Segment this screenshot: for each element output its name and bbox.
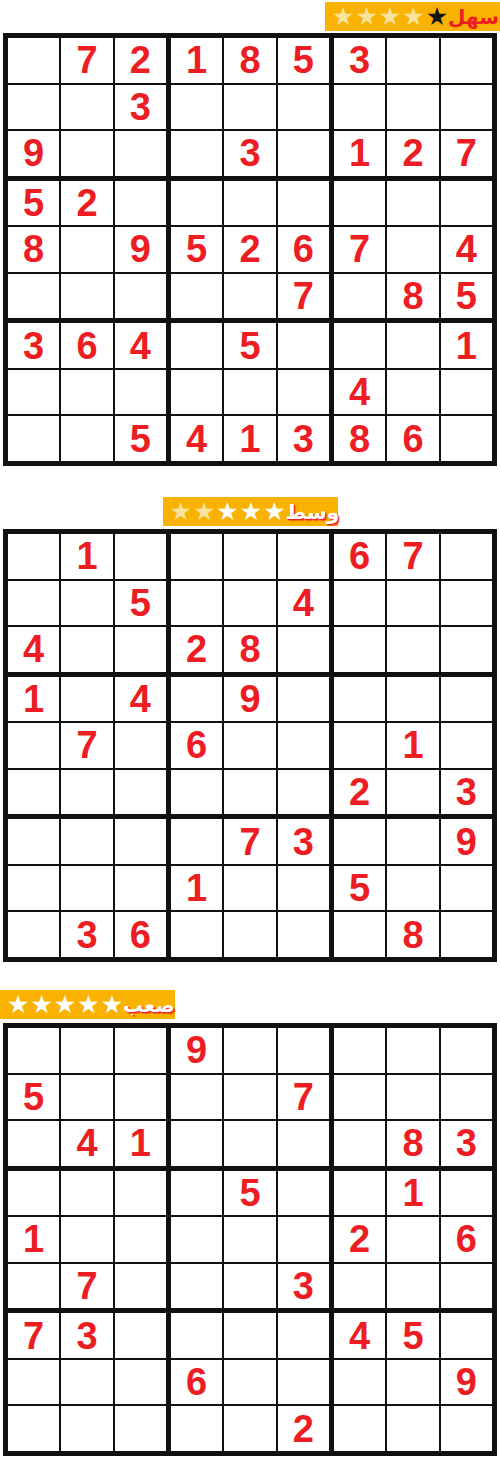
- sudoku-cell[interactable]: 7: [8, 1313, 59, 1358]
- sudoku-cell[interactable]: 1: [441, 323, 492, 368]
- sudoku-cell[interactable]: [8, 38, 59, 83]
- sudoku-cell[interactable]: [8, 274, 59, 319]
- star-icon: ★: [332, 4, 354, 29]
- sudoku-cell[interactable]: 7: [224, 819, 275, 864]
- puzzle-medium: ★★★★★ وسط 154428671479612336731958: [0, 497, 500, 962]
- sudoku-cell[interactable]: [224, 1264, 275, 1309]
- sudoku-box: 154: [8, 534, 166, 672]
- sudoku-box: 123: [334, 677, 492, 815]
- sudoku-cell[interactable]: [387, 627, 438, 672]
- sudoku-cell[interactable]: [115, 1313, 166, 1358]
- sudoku-cell[interactable]: [224, 770, 275, 815]
- sudoku-cell[interactable]: 4: [334, 370, 385, 415]
- sudoku-cell[interactable]: [8, 770, 59, 815]
- sudoku-cell[interactable]: [171, 1313, 222, 1358]
- sudoku-cell[interactable]: [224, 1406, 275, 1451]
- sudoku-box: 62: [171, 1313, 329, 1451]
- sudoku-cell[interactable]: [387, 819, 438, 864]
- sudoku-box: 958: [334, 819, 492, 957]
- sudoku-cell[interactable]: [441, 1075, 492, 1120]
- sudoku-cell[interactable]: [387, 1075, 438, 1120]
- sudoku-cell[interactable]: [387, 866, 438, 911]
- sudoku-cell[interactable]: [171, 1264, 222, 1309]
- sudoku-cell[interactable]: [441, 181, 492, 226]
- sudoku-cell[interactable]: [224, 181, 275, 226]
- sudoku-box: 73: [8, 1313, 166, 1451]
- star-icon: ★: [402, 4, 424, 29]
- sudoku-cell[interactable]: 6: [171, 723, 222, 768]
- sudoku-box: 1853: [171, 38, 329, 176]
- sudoku-cell[interactable]: [224, 1360, 275, 1405]
- sudoku-cell[interactable]: 8: [387, 1121, 438, 1166]
- puzzle-easy: ★★★★★ سهل 723918533127528952677485364554…: [0, 2, 500, 466]
- sudoku-box: 36: [8, 819, 166, 957]
- sudoku-cell[interactable]: 2: [278, 1406, 329, 1451]
- sudoku-cell[interactable]: [224, 1121, 275, 1166]
- sudoku-box: 67: [334, 534, 492, 672]
- sudoku-cell[interactable]: [278, 770, 329, 815]
- sudoku-cell[interactable]: [61, 274, 112, 319]
- sudoku-cell[interactable]: 5: [115, 416, 166, 461]
- sudoku-cell[interactable]: [334, 1264, 385, 1309]
- sudoku-cell[interactable]: [115, 370, 166, 415]
- sudoku-box: 731: [171, 819, 329, 957]
- sudoku-box: 17: [8, 1171, 166, 1309]
- sudoku-box: 5267: [171, 181, 329, 319]
- sudoku-cell[interactable]: 3: [278, 1264, 329, 1309]
- star-icon: ★: [355, 4, 377, 29]
- sudoku-cell[interactable]: [8, 85, 59, 130]
- sudoku-cell[interactable]: [334, 323, 385, 368]
- sudoku-cell[interactable]: 3: [441, 1121, 492, 1166]
- sudoku-cell[interactable]: [334, 1360, 385, 1405]
- star-icon: ★: [101, 992, 123, 1017]
- sudoku-cell[interactable]: [171, 85, 222, 130]
- sudoku-cell[interactable]: [387, 770, 438, 815]
- sudoku-cell[interactable]: [278, 1171, 329, 1216]
- sudoku-cell[interactable]: [387, 1264, 438, 1309]
- sudoku-cell[interactable]: [334, 1406, 385, 1451]
- sudoku-cell[interactable]: 7: [278, 1075, 329, 1120]
- sudoku-cell[interactable]: [387, 1360, 438, 1405]
- star-icon: ★: [216, 499, 238, 524]
- sudoku-cell[interactable]: [334, 912, 385, 957]
- sudoku-cell[interactable]: 1: [171, 866, 222, 911]
- sudoku-board-hard: 541978317531267362459: [3, 1023, 497, 1456]
- sudoku-cell[interactable]: 1: [61, 534, 112, 579]
- sudoku-cell[interactable]: 2: [334, 1217, 385, 1262]
- sudoku-cell[interactable]: [8, 866, 59, 911]
- difficulty-stars: ★★★★★: [7, 992, 123, 1017]
- sudoku-cell[interactable]: 8: [224, 627, 275, 672]
- sudoku-cell[interactable]: [61, 770, 112, 815]
- sudoku-cell[interactable]: [8, 1028, 59, 1073]
- sudoku-cell[interactable]: 5: [441, 274, 492, 319]
- sudoku-cell[interactable]: [8, 819, 59, 864]
- sudoku-cell[interactable]: [115, 819, 166, 864]
- star-icon: ★: [54, 992, 76, 1017]
- sudoku-cell[interactable]: [61, 866, 112, 911]
- sudoku-cell[interactable]: [224, 866, 275, 911]
- sudoku-cell[interactable]: [8, 1121, 59, 1166]
- sudoku-cell[interactable]: 4: [171, 416, 222, 461]
- sudoku-cell[interactable]: [115, 1028, 166, 1073]
- star-icon: ★: [240, 499, 262, 524]
- difficulty-label: وسط: [286, 502, 340, 522]
- sudoku-cell[interactable]: [61, 1028, 112, 1073]
- sudoku-cell[interactable]: 9: [441, 1360, 492, 1405]
- sudoku-cell[interactable]: [171, 274, 222, 319]
- sudoku-cell[interactable]: 3: [61, 1313, 112, 1358]
- sudoku-cell[interactable]: [171, 534, 222, 579]
- sudoku-cell[interactable]: 2: [224, 227, 275, 272]
- sudoku-cell[interactable]: [441, 85, 492, 130]
- sudoku-cell[interactable]: [224, 1217, 275, 1262]
- sudoku-cell[interactable]: [171, 181, 222, 226]
- sudoku-cell[interactable]: [387, 85, 438, 130]
- sudoku-cell[interactable]: [8, 581, 59, 626]
- sudoku-cell[interactable]: [387, 181, 438, 226]
- sudoku-cell[interactable]: 3: [8, 323, 59, 368]
- sudoku-cell[interactable]: 3: [115, 85, 166, 130]
- sudoku-cell[interactable]: 7: [387, 534, 438, 579]
- star-icon: ★: [170, 499, 192, 524]
- sudoku-cell[interactable]: 2: [334, 770, 385, 815]
- sudoku-cell[interactable]: [224, 581, 275, 626]
- sudoku-cell[interactable]: [115, 1264, 166, 1309]
- sudoku-cell[interactable]: [61, 627, 112, 672]
- sudoku-box: 459: [334, 1313, 492, 1451]
- sudoku-cell[interactable]: 8: [224, 38, 275, 83]
- sudoku-cell[interactable]: [171, 1217, 222, 1262]
- sudoku-cell[interactable]: [278, 627, 329, 672]
- sudoku-cell[interactable]: [61, 131, 112, 176]
- sudoku-box: 428: [171, 534, 329, 672]
- sudoku-box: 83: [334, 1028, 492, 1166]
- sudoku-cell[interactable]: 2: [115, 38, 166, 83]
- sudoku-cell[interactable]: [61, 819, 112, 864]
- sudoku-cell[interactable]: [115, 770, 166, 815]
- sudoku-cell[interactable]: [8, 723, 59, 768]
- sudoku-cell[interactable]: [334, 1121, 385, 1166]
- sudoku-cell[interactable]: [61, 1360, 112, 1405]
- sudoku-cell[interactable]: 3: [441, 770, 492, 815]
- sudoku-cell[interactable]: 4: [115, 677, 166, 722]
- sudoku-cell[interactable]: 1: [387, 723, 438, 768]
- sudoku-cell[interactable]: [61, 416, 112, 461]
- sudoku-cell[interactable]: [115, 1171, 166, 1216]
- sudoku-cell[interactable]: 5: [8, 181, 59, 226]
- sudoku-cell[interactable]: [334, 181, 385, 226]
- sudoku-cell[interactable]: [441, 416, 492, 461]
- sudoku-cell[interactable]: [441, 677, 492, 722]
- star-icon: ★: [263, 499, 285, 524]
- difficulty-label: صعب: [123, 995, 175, 1015]
- sudoku-cell[interactable]: [441, 1171, 492, 1216]
- sudoku-cell[interactable]: 5: [8, 1075, 59, 1120]
- sudoku-cell[interactable]: 6: [171, 1360, 222, 1405]
- star-icon: ★: [7, 992, 29, 1017]
- sudoku-cell[interactable]: [115, 723, 166, 768]
- sudoku-cell[interactable]: 6: [387, 416, 438, 461]
- sudoku-cell[interactable]: 9: [441, 819, 492, 864]
- sudoku-cell[interactable]: [441, 1406, 492, 1451]
- sudoku-cell[interactable]: [61, 1406, 112, 1451]
- sudoku-cell[interactable]: [115, 131, 166, 176]
- sudoku-cell[interactable]: [61, 1217, 112, 1262]
- sudoku-cell[interactable]: [334, 581, 385, 626]
- sudoku-cell[interactable]: 3: [278, 416, 329, 461]
- sudoku-cell[interactable]: [115, 1360, 166, 1405]
- sudoku-cell[interactable]: [278, 723, 329, 768]
- sudoku-cell[interactable]: 5: [224, 323, 275, 368]
- sudoku-cell[interactable]: [278, 181, 329, 226]
- sudoku-cell[interactable]: [334, 1171, 385, 1216]
- sudoku-cell[interactable]: 5: [171, 227, 222, 272]
- sudoku-cell[interactable]: 7: [441, 131, 492, 176]
- sudoku-cell[interactable]: [115, 627, 166, 672]
- sudoku-cell[interactable]: 5: [224, 1171, 275, 1216]
- sudoku-cell[interactable]: 9: [115, 227, 166, 272]
- sudoku-cell[interactable]: [8, 912, 59, 957]
- sudoku-cell[interactable]: 7: [334, 227, 385, 272]
- sudoku-cell[interactable]: 5: [278, 38, 329, 83]
- sudoku-board-easy: 723918533127528952677485364554131486: [3, 33, 497, 466]
- sudoku-cell[interactable]: [441, 370, 492, 415]
- sudoku-cell[interactable]: [387, 323, 438, 368]
- sudoku-box: 3645: [8, 323, 166, 461]
- sudoku-cell[interactable]: [8, 1171, 59, 1216]
- sudoku-cell[interactable]: 6: [115, 912, 166, 957]
- sudoku-cell[interactable]: [441, 627, 492, 672]
- sudoku-cell[interactable]: 5: [334, 866, 385, 911]
- sudoku-cell[interactable]: [387, 227, 438, 272]
- sudoku-cell[interactable]: 6: [441, 1217, 492, 1262]
- difficulty-label: سهل: [448, 7, 499, 27]
- sudoku-cell[interactable]: [224, 1313, 275, 1358]
- sudoku-cell[interactable]: [171, 370, 222, 415]
- sudoku-cell[interactable]: [61, 370, 112, 415]
- sudoku-cell[interactable]: [61, 677, 112, 722]
- sudoku-cell[interactable]: 4: [334, 1313, 385, 1358]
- sudoku-cell[interactable]: 7: [61, 38, 112, 83]
- sudoku-cell[interactable]: [171, 581, 222, 626]
- star-icon: ★: [193, 499, 215, 524]
- sudoku-cell[interactable]: [441, 912, 492, 957]
- sudoku-cell[interactable]: 6: [61, 323, 112, 368]
- sudoku-cell[interactable]: 9: [8, 131, 59, 176]
- sudoku-cell[interactable]: [441, 38, 492, 83]
- sudoku-box: 7239: [8, 38, 166, 176]
- sudoku-cell[interactable]: [387, 1217, 438, 1262]
- sudoku-cell[interactable]: [387, 370, 438, 415]
- sudoku-box: 147: [8, 677, 166, 815]
- sudoku-cell[interactable]: 1: [387, 1171, 438, 1216]
- sudoku-cell[interactable]: [441, 1313, 492, 1358]
- sudoku-cell[interactable]: 8: [387, 912, 438, 957]
- sudoku-box: 96: [171, 677, 329, 815]
- sudoku-cell[interactable]: [441, 1028, 492, 1073]
- sudoku-cell[interactable]: 2: [171, 627, 222, 672]
- sudoku-cell[interactable]: 1: [115, 1121, 166, 1166]
- sudoku-cell[interactable]: 8: [387, 274, 438, 319]
- sudoku-cell[interactable]: [8, 416, 59, 461]
- sudoku-cell[interactable]: 4: [278, 581, 329, 626]
- sudoku-box: 5289: [8, 181, 166, 319]
- sudoku-cell[interactable]: [115, 1406, 166, 1451]
- sudoku-cell[interactable]: [441, 723, 492, 768]
- sudoku-cell[interactable]: 1: [8, 1217, 59, 1262]
- sudoku-cell[interactable]: [278, 534, 329, 579]
- sudoku-cell[interactable]: 3: [61, 912, 112, 957]
- sudoku-cell[interactable]: [278, 1121, 329, 1166]
- sudoku-box: 1486: [334, 323, 492, 461]
- sudoku-cell[interactable]: [334, 677, 385, 722]
- sudoku-cell[interactable]: [278, 85, 329, 130]
- sudoku-cell[interactable]: 7: [61, 723, 112, 768]
- sudoku-cell[interactable]: [387, 1406, 438, 1451]
- sudoku-cell[interactable]: 2: [387, 131, 438, 176]
- sudoku-cell[interactable]: 1: [171, 38, 222, 83]
- difficulty-stars: ★★★★★: [332, 4, 448, 29]
- sudoku-cell[interactable]: 9: [224, 677, 275, 722]
- sudoku-cell[interactable]: [334, 819, 385, 864]
- sudoku-cell[interactable]: [224, 274, 275, 319]
- sudoku-cell[interactable]: [224, 1028, 275, 1073]
- sudoku-cell[interactable]: [278, 131, 329, 176]
- sudoku-cell[interactable]: [278, 1028, 329, 1073]
- sudoku-cell[interactable]: [387, 677, 438, 722]
- sudoku-board-medium: 154428671479612336731958: [3, 529, 497, 962]
- sudoku-cell[interactable]: [334, 627, 385, 672]
- sudoku-box: 53: [171, 1171, 329, 1309]
- sudoku-cell[interactable]: [171, 1075, 222, 1120]
- star-icon: ★: [426, 4, 448, 29]
- sudoku-cell[interactable]: 8: [334, 416, 385, 461]
- sudoku-cell[interactable]: 8: [8, 227, 59, 272]
- sudoku-cell[interactable]: [61, 1171, 112, 1216]
- sudoku-cell[interactable]: [334, 1028, 385, 1073]
- sudoku-cell[interactable]: 1: [8, 677, 59, 722]
- sudoku-cell[interactable]: [387, 1028, 438, 1073]
- sudoku-cell[interactable]: [441, 581, 492, 626]
- sudoku-cell[interactable]: 7: [278, 274, 329, 319]
- sudoku-cell[interactable]: [8, 534, 59, 579]
- sudoku-cell[interactable]: [61, 227, 112, 272]
- sudoku-cell[interactable]: [278, 1360, 329, 1405]
- sudoku-box: 97: [171, 1028, 329, 1166]
- sudoku-cell[interactable]: [224, 1075, 275, 1120]
- sudoku-cell[interactable]: [441, 534, 492, 579]
- puzzle-hard: ★★★★★ صعب 541978317531267362459: [0, 990, 500, 1456]
- sudoku-cell[interactable]: 7: [61, 1264, 112, 1309]
- sudoku-cell[interactable]: [334, 1075, 385, 1120]
- sudoku-cell[interactable]: 5: [115, 581, 166, 626]
- sudoku-cell[interactable]: 6: [334, 534, 385, 579]
- sudoku-cell[interactable]: [115, 1075, 166, 1120]
- sudoku-cell[interactable]: [8, 1264, 59, 1309]
- sudoku-cell[interactable]: [278, 866, 329, 911]
- sudoku-cell[interactable]: [224, 534, 275, 579]
- sudoku-cell[interactable]: [8, 1360, 59, 1405]
- sudoku-cell[interactable]: [115, 274, 166, 319]
- sudoku-cell[interactable]: [387, 38, 438, 83]
- sudoku-box: 7485: [334, 181, 492, 319]
- sudoku-cell[interactable]: [61, 1075, 112, 1120]
- sudoku-cell[interactable]: 2: [61, 181, 112, 226]
- sudoku-cell[interactable]: [171, 819, 222, 864]
- sudoku-cell[interactable]: [334, 723, 385, 768]
- sudoku-box: 3127: [334, 38, 492, 176]
- sudoku-box: 126: [334, 1171, 492, 1309]
- sudoku-cell[interactable]: [441, 1264, 492, 1309]
- sudoku-cell[interactable]: [8, 1406, 59, 1451]
- sudoku-cell[interactable]: 4: [441, 227, 492, 272]
- difficulty-banner-easy: ★★★★★ سهل: [325, 2, 500, 31]
- sudoku-cell[interactable]: [171, 131, 222, 176]
- sudoku-cell[interactable]: [278, 323, 329, 368]
- sudoku-cell[interactable]: [334, 85, 385, 130]
- difficulty-banner-hard: ★★★★★ صعب: [0, 990, 175, 1019]
- sudoku-cell[interactable]: [61, 581, 112, 626]
- sudoku-cell[interactable]: 1: [334, 131, 385, 176]
- sudoku-cell[interactable]: 6: [278, 227, 329, 272]
- sudoku-cell[interactable]: [61, 85, 112, 130]
- sudoku-box: 5413: [171, 323, 329, 461]
- sudoku-cell[interactable]: 3: [224, 131, 275, 176]
- sudoku-cell[interactable]: [171, 770, 222, 815]
- sudoku-cell[interactable]: [224, 723, 275, 768]
- sudoku-cell[interactable]: [224, 912, 275, 957]
- difficulty-stars: ★★★★★: [170, 499, 286, 524]
- star-icon: ★: [77, 992, 99, 1017]
- sudoku-box: 541: [8, 1028, 166, 1166]
- sudoku-cell[interactable]: [278, 912, 329, 957]
- sudoku-cell[interactable]: [278, 1313, 329, 1358]
- sudoku-cell[interactable]: [334, 274, 385, 319]
- sudoku-cell[interactable]: [115, 534, 166, 579]
- sudoku-cell[interactable]: [171, 323, 222, 368]
- sudoku-cell[interactable]: [278, 1217, 329, 1262]
- sudoku-cell[interactable]: 4: [8, 627, 59, 672]
- sudoku-cell[interactable]: 1: [224, 416, 275, 461]
- sudoku-cell[interactable]: [224, 370, 275, 415]
- star-icon: ★: [379, 4, 401, 29]
- sudoku-cell[interactable]: 4: [115, 323, 166, 368]
- star-icon: ★: [30, 992, 52, 1017]
- sudoku-cell[interactable]: [171, 677, 222, 722]
- difficulty-banner-medium: ★★★★★ وسط: [163, 497, 338, 526]
- sudoku-cell[interactable]: [278, 677, 329, 722]
- sudoku-cell[interactable]: [387, 581, 438, 626]
- sudoku-cell[interactable]: [115, 1217, 166, 1262]
- sudoku-cell[interactable]: [115, 866, 166, 911]
- sudoku-cell[interactable]: [171, 1406, 222, 1451]
- sudoku-cell[interactable]: [171, 912, 222, 957]
- sudoku-cell[interactable]: [224, 85, 275, 130]
- sudoku-cell[interactable]: [171, 1171, 222, 1216]
- sudoku-cell[interactable]: 3: [278, 819, 329, 864]
- sudoku-cell[interactable]: [115, 181, 166, 226]
- sudoku-cell[interactable]: 5: [387, 1313, 438, 1358]
- sudoku-cell[interactable]: [8, 370, 59, 415]
- sudoku-cell[interactable]: 9: [171, 1028, 222, 1073]
- sudoku-cell[interactable]: [171, 1121, 222, 1166]
- sudoku-cell[interactable]: [441, 866, 492, 911]
- sudoku-cell[interactable]: 4: [61, 1121, 112, 1166]
- sudoku-cell[interactable]: 3: [334, 38, 385, 83]
- sudoku-cell[interactable]: [278, 370, 329, 415]
